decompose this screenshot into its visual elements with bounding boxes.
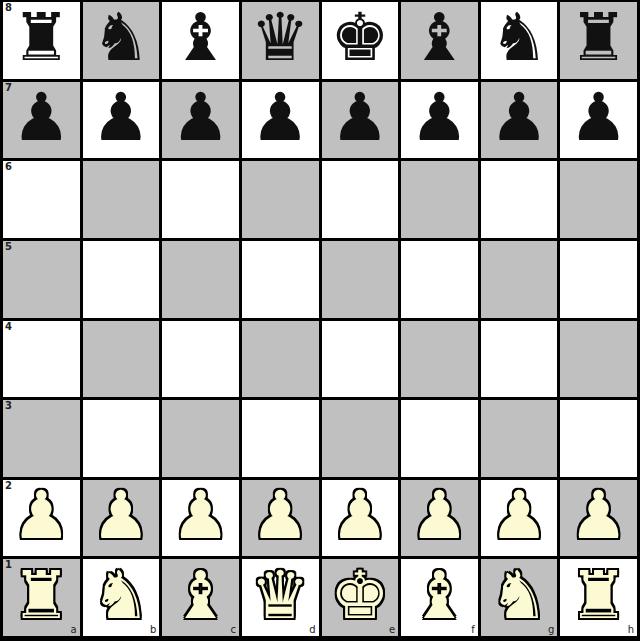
black-pawn: ♟ [91,85,150,151]
square-a4[interactable]: 4 [3,321,80,398]
rank-label-3: 3 [5,401,12,411]
square-h1[interactable]: h♜ [560,559,637,636]
white-rook: ♜ [569,563,628,629]
black-pawn: ♟ [12,85,71,151]
square-b7[interactable]: ♟ [83,82,160,159]
square-h3[interactable] [560,400,637,477]
white-pawn: ♟ [569,483,628,549]
file-label-b: b [150,625,156,635]
square-b3[interactable] [83,400,160,477]
rank-label-6: 6 [5,162,12,172]
square-d2[interactable]: ♟ [242,480,319,557]
square-e7[interactable]: ♟ [322,82,399,159]
square-g6[interactable] [481,161,558,238]
file-label-e: e [389,625,395,635]
square-f7[interactable]: ♟ [401,82,478,159]
square-f1[interactable]: f♝ [401,559,478,636]
file-label-a: a [70,625,76,635]
black-pawn: ♟ [171,85,230,151]
square-a7[interactable]: 7♟ [3,82,80,159]
square-c5[interactable] [162,241,239,318]
square-c2[interactable]: ♟ [162,480,239,557]
white-bishop: ♝ [171,563,230,629]
square-c3[interactable] [162,400,239,477]
square-c4[interactable] [162,321,239,398]
square-f2[interactable]: ♟ [401,480,478,557]
black-knight: ♞ [489,5,548,71]
white-king: ♚ [330,563,389,629]
square-a2[interactable]: 2♟ [3,480,80,557]
white-pawn: ♟ [489,483,548,549]
square-a1[interactable]: 1a♜ [3,559,80,636]
square-a6[interactable]: 6 [3,161,80,238]
square-h7[interactable]: ♟ [560,82,637,159]
square-e1[interactable]: e♚ [322,559,399,636]
square-g3[interactable] [481,400,558,477]
black-king: ♚ [330,5,389,71]
square-b2[interactable]: ♟ [83,480,160,557]
white-knight: ♞ [489,563,548,629]
square-f5[interactable] [401,241,478,318]
square-h2[interactable]: ♟ [560,480,637,557]
white-knight: ♞ [91,563,150,629]
square-g1[interactable]: g♞ [481,559,558,636]
square-g7[interactable]: ♟ [481,82,558,159]
black-pawn: ♟ [569,85,628,151]
square-b1[interactable]: b♞ [83,559,160,636]
square-d1[interactable]: d♛ [242,559,319,636]
square-e4[interactable] [322,321,399,398]
rank-label-4: 4 [5,322,12,332]
file-label-c: c [230,625,236,635]
square-g4[interactable] [481,321,558,398]
black-bishop: ♝ [410,5,469,71]
white-pawn: ♟ [251,483,310,549]
file-label-f: f [471,625,475,635]
white-pawn: ♟ [171,483,230,549]
black-pawn: ♟ [330,85,389,151]
square-f4[interactable] [401,321,478,398]
black-knight: ♞ [91,5,150,71]
square-h8[interactable]: ♜ [560,2,637,79]
square-a3[interactable]: 3 [3,400,80,477]
white-pawn: ♟ [410,483,469,549]
white-rook: ♜ [12,563,71,629]
file-label-h: h [628,625,634,635]
square-b6[interactable] [83,161,160,238]
square-d8[interactable]: ♛ [242,2,319,79]
square-d4[interactable] [242,321,319,398]
black-pawn: ♟ [410,85,469,151]
square-h4[interactable] [560,321,637,398]
black-pawn: ♟ [489,85,548,151]
square-e6[interactable] [322,161,399,238]
square-e2[interactable]: ♟ [322,480,399,557]
black-bishop: ♝ [171,5,230,71]
square-b5[interactable] [83,241,160,318]
file-label-g: g [548,625,554,635]
square-e8[interactable]: ♚ [322,2,399,79]
square-g2[interactable]: ♟ [481,480,558,557]
black-rook: ♜ [12,5,71,71]
square-g8[interactable]: ♞ [481,2,558,79]
square-f3[interactable] [401,400,478,477]
square-b8[interactable]: ♞ [83,2,160,79]
square-d6[interactable] [242,161,319,238]
square-b4[interactable] [83,321,160,398]
square-c6[interactable] [162,161,239,238]
black-pawn: ♟ [251,85,310,151]
file-label-d: d [309,625,315,635]
square-f6[interactable] [401,161,478,238]
square-e3[interactable] [322,400,399,477]
square-h6[interactable] [560,161,637,238]
square-d5[interactable] [242,241,319,318]
square-c7[interactable]: ♟ [162,82,239,159]
black-queen: ♛ [251,5,310,71]
white-queen: ♛ [251,563,310,629]
square-d3[interactable] [242,400,319,477]
square-e5[interactable] [322,241,399,318]
white-pawn: ♟ [12,483,71,549]
rank-label-5: 5 [5,242,12,252]
square-g5[interactable] [481,241,558,318]
white-pawn: ♟ [91,483,150,549]
white-bishop: ♝ [410,563,469,629]
black-rook: ♜ [569,5,628,71]
square-f8[interactable]: ♝ [401,2,478,79]
square-a5[interactable]: 5 [3,241,80,318]
square-a8[interactable]: 8♜ [3,2,80,79]
square-c8[interactable]: ♝ [162,2,239,79]
square-c1[interactable]: c♝ [162,559,239,636]
white-pawn: ♟ [330,483,389,549]
square-h5[interactable] [560,241,637,318]
chess-board: 8♜♞♝♛♚♝♞♜7♟♟♟♟♟♟♟♟65432♟♟♟♟♟♟♟♟1a♜b♞c♝d♛… [0,0,640,641]
square-d7[interactable]: ♟ [242,82,319,159]
